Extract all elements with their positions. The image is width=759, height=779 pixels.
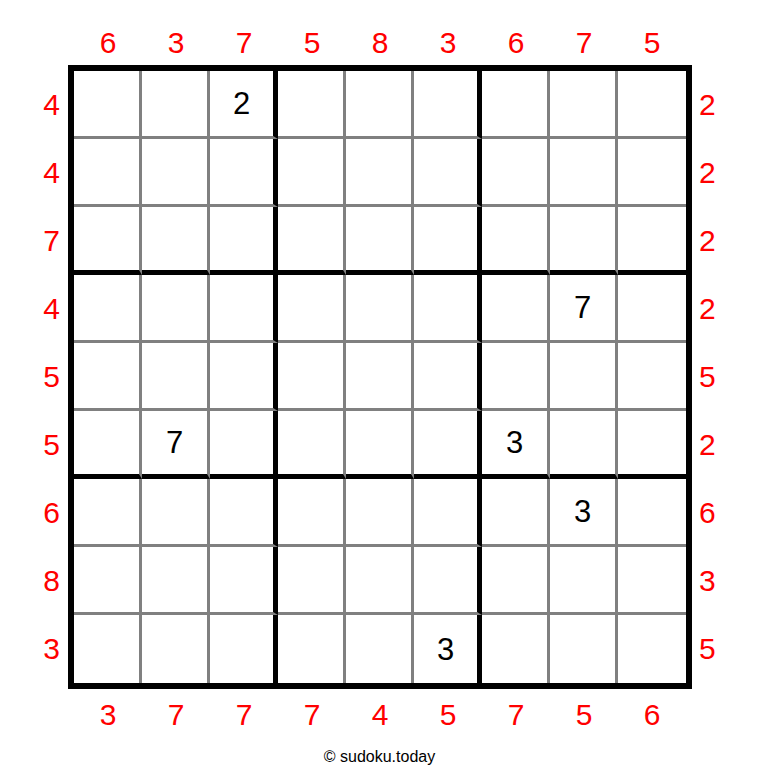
cell-r6c2[interactable]: 7	[142, 411, 210, 479]
clue-right-1: 2	[692, 90, 716, 120]
cell-r1c8[interactable]	[550, 71, 618, 139]
cell-r4c9[interactable]	[618, 275, 686, 343]
cell-r5c8[interactable]	[550, 343, 618, 411]
cell-r7c5[interactable]	[346, 479, 414, 547]
clue-top-1: 6	[100, 28, 117, 62]
clue-right-7: 6	[692, 498, 716, 528]
cell-r7c7[interactable]	[482, 479, 550, 547]
cell-r8c1[interactable]	[74, 547, 142, 615]
cell-r2c5[interactable]	[346, 139, 414, 207]
cell-r5c4[interactable]	[278, 343, 346, 411]
cell-r5c6[interactable]	[414, 343, 482, 411]
cell-r5c1[interactable]	[74, 343, 142, 411]
cell-r6c4[interactable]	[278, 411, 346, 479]
clue-left-5: 5	[43, 362, 62, 392]
cell-r8c6[interactable]	[414, 547, 482, 615]
cell-r4c4[interactable]	[278, 275, 346, 343]
cell-r6c9[interactable]	[618, 411, 686, 479]
cell-r2c2[interactable]	[142, 139, 210, 207]
clue-top-9: 5	[644, 28, 661, 62]
clues-top: 637583675	[74, 0, 686, 62]
cell-r8c5[interactable]	[346, 547, 414, 615]
cell-r2c4[interactable]	[278, 139, 346, 207]
cell-r4c7[interactable]	[482, 275, 550, 343]
cell-r3c7[interactable]	[482, 207, 550, 275]
cell-r8c4[interactable]	[278, 547, 346, 615]
cell-r5c7[interactable]	[482, 343, 550, 411]
cell-r6c8[interactable]	[550, 411, 618, 479]
clue-bottom-9: 6	[644, 694, 661, 730]
cell-r7c6[interactable]	[414, 479, 482, 547]
clue-right-9: 5	[692, 634, 716, 664]
cell-r7c1[interactable]	[74, 479, 142, 547]
cell-r5c3[interactable]	[210, 343, 278, 411]
clues-right: 222252635	[692, 71, 754, 683]
cell-r8c8[interactable]	[550, 547, 618, 615]
cell-r9c6[interactable]: 3	[414, 615, 482, 683]
cell-r1c9[interactable]	[618, 71, 686, 139]
cell-r6c6[interactable]	[414, 411, 482, 479]
clue-bottom-8: 5	[576, 694, 593, 730]
cell-r9c5[interactable]	[346, 615, 414, 683]
clue-top-3: 7	[236, 28, 253, 62]
clue-left-4: 4	[43, 294, 62, 324]
cell-r4c1[interactable]	[74, 275, 142, 343]
clue-top-2: 3	[168, 28, 185, 62]
clue-left-8: 8	[43, 566, 62, 596]
cell-r4c6[interactable]	[414, 275, 482, 343]
cell-r4c2[interactable]	[142, 275, 210, 343]
cell-r9c9[interactable]	[618, 615, 686, 683]
cell-r1c7[interactable]	[482, 71, 550, 139]
cell-r1c4[interactable]	[278, 71, 346, 139]
cell-r3c3[interactable]	[210, 207, 278, 275]
clue-left-2: 4	[43, 158, 62, 188]
cell-r3c1[interactable]	[74, 207, 142, 275]
cell-r3c9[interactable]	[618, 207, 686, 275]
clue-right-8: 3	[692, 566, 716, 596]
cell-r2c9[interactable]	[618, 139, 686, 207]
cell-r3c4[interactable]	[278, 207, 346, 275]
cell-r2c3[interactable]	[210, 139, 278, 207]
clue-right-5: 5	[692, 362, 716, 392]
cell-r2c1[interactable]	[74, 139, 142, 207]
cell-r2c6[interactable]	[414, 139, 482, 207]
cell-r9c8[interactable]	[550, 615, 618, 683]
clue-top-4: 5	[304, 28, 321, 62]
cell-r1c6[interactable]	[414, 71, 482, 139]
cell-r9c1[interactable]	[74, 615, 142, 683]
clue-bottom-2: 7	[168, 694, 185, 730]
cell-r3c6[interactable]	[414, 207, 482, 275]
cell-r9c2[interactable]	[142, 615, 210, 683]
cell-r9c7[interactable]	[482, 615, 550, 683]
cell-r4c3[interactable]	[210, 275, 278, 343]
cell-r3c2[interactable]	[142, 207, 210, 275]
cell-r1c3[interactable]: 2	[210, 71, 278, 139]
cell-r5c2[interactable]	[142, 343, 210, 411]
clue-top-5: 8	[372, 28, 389, 62]
clue-bottom-1: 3	[100, 694, 117, 730]
cell-r1c2[interactable]	[142, 71, 210, 139]
cell-r2c7[interactable]	[482, 139, 550, 207]
clue-bottom-4: 7	[304, 694, 321, 730]
sudoku-board: 277333	[68, 65, 692, 689]
cell-r3c5[interactable]	[346, 207, 414, 275]
clue-top-6: 3	[440, 28, 457, 62]
cell-r6c3[interactable]	[210, 411, 278, 479]
cell-r6c1[interactable]	[74, 411, 142, 479]
clue-left-9: 3	[43, 634, 62, 664]
cell-r3c8[interactable]	[550, 207, 618, 275]
cell-r6c5[interactable]	[346, 411, 414, 479]
clue-bottom-5: 4	[372, 694, 389, 730]
cell-r4c5[interactable]	[346, 275, 414, 343]
cell-r4c8[interactable]: 7	[550, 275, 618, 343]
cell-r7c4[interactable]	[278, 479, 346, 547]
cell-r2c8[interactable]	[550, 139, 618, 207]
clue-top-7: 6	[508, 28, 525, 62]
cell-r1c1[interactable]	[74, 71, 142, 139]
cell-r8c3[interactable]	[210, 547, 278, 615]
clue-bottom-7: 7	[508, 694, 525, 730]
clue-bottom-6: 5	[440, 694, 457, 730]
clue-right-4: 2	[692, 294, 716, 324]
clue-top-8: 7	[576, 28, 593, 62]
cell-r5c5[interactable]	[346, 343, 414, 411]
cell-r7c9[interactable]	[618, 479, 686, 547]
sudoku-page: 637583675 447455683 222252635 377745756 …	[0, 0, 759, 779]
clue-left-1: 4	[43, 90, 62, 120]
clues-bottom: 377745756	[74, 694, 686, 734]
cell-r1c5[interactable]	[346, 71, 414, 139]
clue-right-3: 2	[692, 226, 716, 256]
clue-left-7: 6	[43, 498, 62, 528]
cell-r9c4[interactable]	[278, 615, 346, 683]
cell-r7c2[interactable]	[142, 479, 210, 547]
cell-r8c9[interactable]	[618, 547, 686, 615]
cell-r8c2[interactable]	[142, 547, 210, 615]
copyright: © sudoku.today	[0, 748, 759, 766]
clues-left: 447455683	[0, 71, 62, 683]
clue-left-3: 7	[43, 226, 62, 256]
cell-r7c8[interactable]: 3	[550, 479, 618, 547]
clue-left-6: 5	[43, 430, 62, 460]
cell-r8c7[interactable]	[482, 547, 550, 615]
cell-r9c3[interactable]	[210, 615, 278, 683]
clue-bottom-3: 7	[236, 694, 253, 730]
clue-right-6: 2	[692, 430, 716, 460]
clue-right-2: 2	[692, 158, 716, 188]
cell-r5c9[interactable]	[618, 343, 686, 411]
cell-r6c7[interactable]: 3	[482, 411, 550, 479]
cell-r7c3[interactable]	[210, 479, 278, 547]
